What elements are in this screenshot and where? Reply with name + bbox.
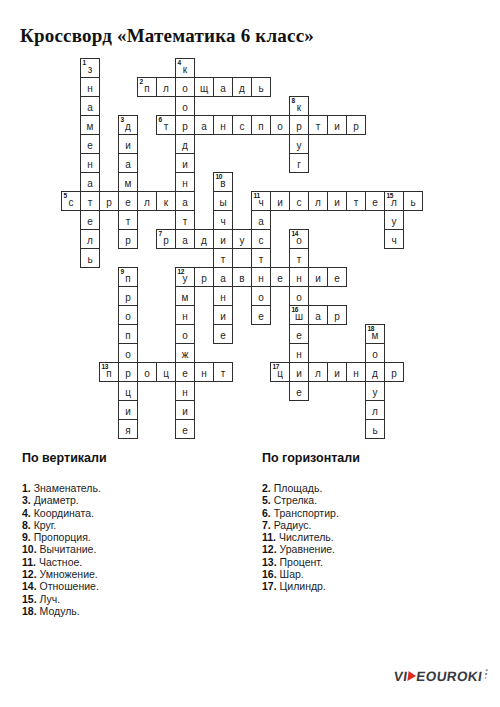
grid-cell: 15л xyxy=(384,191,404,211)
clue-item: 8. Круг. xyxy=(22,519,262,531)
grid-cell: а xyxy=(213,267,233,287)
grid-cell: е xyxy=(175,419,195,439)
grid-cell: у xyxy=(384,210,404,230)
grid-cell: р xyxy=(118,229,138,249)
clues-horizontal-heading: По горизонтали xyxy=(262,451,500,465)
grid-cell: ч xyxy=(384,229,404,249)
grid-cell: м xyxy=(175,286,195,306)
grid-cell: о xyxy=(289,286,309,306)
cell-letter: а xyxy=(87,179,93,189)
grid-cell: и xyxy=(327,191,347,211)
grid-cell: е xyxy=(175,362,195,382)
grid-cell: и xyxy=(175,400,195,420)
grid-cell: е xyxy=(289,381,309,401)
cell-letter: е xyxy=(182,426,188,436)
grid-cell: ь xyxy=(365,419,385,439)
grid-cell: л xyxy=(80,229,100,249)
cell-letter: н xyxy=(220,122,226,132)
grid-cell: н xyxy=(289,343,309,363)
grid-cell: щ xyxy=(194,77,214,97)
cell-letter: м xyxy=(372,331,379,341)
grid-cell: с xyxy=(251,229,271,249)
cell-letter: к xyxy=(297,103,301,113)
cell-letter: е xyxy=(277,274,283,284)
cell-letter: р xyxy=(334,312,340,322)
grid-cell: р xyxy=(118,286,138,306)
logo-text-left: VI xyxy=(393,669,409,684)
cell-letter: а xyxy=(220,274,226,284)
grid-cell: о xyxy=(251,286,271,306)
cell-letter: ц xyxy=(277,369,283,379)
grid-cell: л xyxy=(137,191,157,211)
grid-cell: д xyxy=(175,134,195,154)
cell-letter: и xyxy=(182,160,188,170)
cell-letter: ь xyxy=(372,426,377,436)
grid-cell: 2п xyxy=(137,77,157,97)
cell-letter: р xyxy=(125,293,131,303)
cell-letter: о xyxy=(182,103,188,113)
grid-cell: р xyxy=(346,115,366,135)
cell-letter: р xyxy=(353,122,359,132)
clues-vertical-list: 1. Знаменатель.3. Диаметр.4. Координата.… xyxy=(22,482,262,617)
cell-letter: о xyxy=(125,350,131,360)
grid-cell: ь xyxy=(251,77,271,97)
cell-letter: в xyxy=(239,274,244,284)
grid-cell: и xyxy=(327,362,347,382)
grid-cell: у xyxy=(365,381,385,401)
grid-cell: е xyxy=(251,305,271,325)
grid-cell: к xyxy=(156,191,176,211)
cell-letter: ц xyxy=(163,369,169,379)
clue-number: 4 xyxy=(178,60,181,67)
cell-letter: н xyxy=(87,84,93,94)
clue-item: 12. Умножение. xyxy=(22,568,262,580)
cell-letter: е xyxy=(334,274,340,284)
grid-cell: а xyxy=(308,305,328,325)
grid-cell: н xyxy=(80,77,100,97)
cell-letter: р xyxy=(125,369,131,379)
clue-item: 18. Модуль. xyxy=(22,605,262,617)
grid-cell: а xyxy=(194,115,214,135)
cell-letter: к xyxy=(183,65,187,75)
clue-item: 10. Вычитание. xyxy=(22,543,262,555)
grid-cell: н xyxy=(175,172,195,192)
grid-cell: и xyxy=(118,134,138,154)
grid-cell: а xyxy=(80,96,100,116)
grid-cell: 9п xyxy=(118,267,138,287)
grid-cell: т xyxy=(118,210,138,230)
cell-letter: о xyxy=(125,312,131,322)
cell-letter: л xyxy=(315,369,321,379)
grid-cell: н xyxy=(194,362,214,382)
cell-letter: а xyxy=(182,198,188,208)
cell-letter: ь xyxy=(410,198,415,208)
videouroki-logo: VI EOUROKI нет xyxy=(393,668,488,684)
grid-cell: 16ш xyxy=(289,305,309,325)
grid-cell: е xyxy=(365,191,385,211)
logo-text-right: EOUROKI xyxy=(416,669,484,684)
clue-item: 9. Пропорция. xyxy=(22,531,262,543)
clue-item: 11. Числитель. xyxy=(262,531,500,543)
grid-cell: с xyxy=(232,115,252,135)
grid-cell: о xyxy=(365,343,385,363)
cell-letter: н xyxy=(87,160,93,170)
cell-letter: и xyxy=(182,407,188,417)
grid-cell: 6т xyxy=(156,115,176,135)
grid-cell: р xyxy=(327,305,347,325)
cell-letter: н xyxy=(182,388,188,398)
cell-letter: ч xyxy=(391,236,396,246)
grid-cell: п xyxy=(251,115,271,135)
grid-cell: у xyxy=(289,134,309,154)
cell-letter: г xyxy=(297,160,301,170)
cell-letter: т xyxy=(164,122,169,132)
clue-item: 1. Знаменатель. xyxy=(22,482,262,494)
page-title: Кроссворд «Математика 6 класс» xyxy=(20,25,314,47)
clue-item: 15. Луч. xyxy=(22,593,262,605)
grid-cell: 11ч xyxy=(251,191,271,211)
grid-cell: е xyxy=(213,324,233,344)
clue-number: 10 xyxy=(216,174,223,181)
cell-letter: а xyxy=(125,160,131,170)
cell-letter: д xyxy=(239,84,245,94)
cell-letter: р xyxy=(296,122,302,132)
grid-cell: т xyxy=(251,248,271,268)
grid-cell: р xyxy=(289,115,309,135)
clue-number: 3 xyxy=(121,117,124,124)
grid-cell: т xyxy=(175,210,195,230)
cell-letter: т xyxy=(126,217,131,227)
grid-cell: е xyxy=(270,267,290,287)
clue-item: 16. Шар. xyxy=(262,568,500,580)
grid-cell: 10в xyxy=(213,172,233,192)
cell-letter: е xyxy=(182,369,188,379)
cell-letter: и xyxy=(220,312,226,322)
grid-cell: и xyxy=(213,229,233,249)
grid-cell: л xyxy=(308,191,328,211)
grid-cell: ч xyxy=(213,210,233,230)
cell-letter: а xyxy=(182,236,188,246)
grid-cell: д xyxy=(232,77,252,97)
clue-item: 2. Площадь. xyxy=(262,482,500,494)
cell-letter: н xyxy=(220,293,226,303)
clue-item: 7. Радиус. xyxy=(262,519,500,531)
grid-cell: 13п xyxy=(99,362,119,382)
grid-cell: н xyxy=(175,381,195,401)
clue-item: 6. Транспортир. xyxy=(262,507,500,519)
cell-letter: у xyxy=(183,274,188,284)
grid-cell: п xyxy=(118,324,138,344)
grid-cell: 5с xyxy=(61,191,81,211)
grid-cell: р xyxy=(194,267,214,287)
cell-letter: е xyxy=(296,331,302,341)
cell-letter: ь xyxy=(87,255,92,265)
cell-letter: у xyxy=(297,141,302,151)
cell-letter: о xyxy=(296,293,302,303)
cell-letter: т xyxy=(297,255,302,265)
grid-cell: е xyxy=(80,210,100,230)
cell-letter: о xyxy=(372,350,378,360)
cell-letter: и xyxy=(315,274,321,284)
cell-letter: и xyxy=(125,407,131,417)
grid-cell: 8к xyxy=(289,96,309,116)
grid-cell: р xyxy=(118,362,138,382)
grid-cell: о xyxy=(118,305,138,325)
grid-cell: т xyxy=(80,191,100,211)
cell-letter: е xyxy=(372,198,378,208)
clue-item: 5. Стрелка. xyxy=(262,494,500,506)
cell-letter: е xyxy=(87,217,93,227)
grid-cell: и xyxy=(175,153,195,173)
play-triangle-icon xyxy=(407,671,416,681)
cell-letter: у xyxy=(240,236,245,246)
cell-letter: р xyxy=(125,236,131,246)
cell-letter: р xyxy=(106,198,112,208)
grid-cell: т xyxy=(346,191,366,211)
cell-letter: д xyxy=(201,236,207,246)
grid-cell: о xyxy=(118,343,138,363)
grid-cell: о xyxy=(175,324,195,344)
cell-letter: н xyxy=(353,369,359,379)
clue-number: 12 xyxy=(178,269,185,276)
clue-number: 14 xyxy=(292,231,299,238)
crossword-grid: 1з4кн2площадьао8км3д6транспортиреидунаиг… xyxy=(61,58,424,440)
cell-letter: м xyxy=(182,293,189,303)
grid-cell: л xyxy=(365,400,385,420)
clues-horizontal-list: 2. Площадь.5. Стрелка.6. Транспортир.7. … xyxy=(262,482,500,593)
grid-cell: ц xyxy=(156,362,176,382)
cell-letter: м xyxy=(125,179,132,189)
cell-letter: л xyxy=(391,198,397,208)
grid-cell: о xyxy=(175,77,195,97)
grid-cell: г xyxy=(289,153,309,173)
cell-letter: и xyxy=(296,369,302,379)
grid-cell: н xyxy=(175,305,195,325)
clues-section: По вертикали 1. Знаменатель.3. Диаметр.4… xyxy=(22,451,500,617)
clue-number: 18 xyxy=(368,326,375,333)
cell-letter: л xyxy=(163,84,169,94)
logo-tld: нет xyxy=(483,668,488,680)
grid-cell: ж xyxy=(175,343,195,363)
grid-cell: р xyxy=(99,191,119,211)
clue-number: 6 xyxy=(159,117,162,124)
clue-number: 2 xyxy=(140,79,143,86)
cell-letter: и xyxy=(125,141,131,151)
cell-letter: н xyxy=(201,369,207,379)
cell-letter: т xyxy=(221,369,226,379)
grid-cell: н xyxy=(346,362,366,382)
grid-cell: ы xyxy=(213,191,233,211)
cell-letter: ч xyxy=(220,217,225,227)
grid-cell: 12у xyxy=(175,267,195,287)
cell-letter: д xyxy=(125,122,131,132)
cell-letter: с xyxy=(297,198,302,208)
cell-letter: ш xyxy=(295,312,303,322)
cell-letter: л xyxy=(372,407,378,417)
grid-cell: и xyxy=(327,115,347,135)
cell-letter: о xyxy=(296,236,302,246)
grid-cell: д xyxy=(194,229,214,249)
grid-cell: а xyxy=(251,210,271,230)
clue-item: 3. Диаметр. xyxy=(22,494,262,506)
clues-vertical: По вертикали 1. Знаменатель.3. Диаметр.4… xyxy=(22,451,262,617)
clue-number: 13 xyxy=(102,364,109,371)
cell-letter: а xyxy=(201,122,207,132)
cell-letter: т xyxy=(259,255,264,265)
clue-number: 17 xyxy=(273,364,280,371)
grid-cell: и xyxy=(270,191,290,211)
cell-letter: т xyxy=(88,198,93,208)
clue-item: 14. Отношение. xyxy=(22,580,262,592)
cell-letter: и xyxy=(277,198,283,208)
grid-cell: и xyxy=(213,305,233,325)
grid-cell: о xyxy=(137,362,157,382)
cell-letter: о xyxy=(258,293,264,303)
clue-item: 11. Частное. xyxy=(22,556,262,568)
grid-cell: 7р xyxy=(156,229,176,249)
cell-letter: и xyxy=(334,369,340,379)
cell-letter: ц xyxy=(125,388,131,398)
cell-letter: т xyxy=(183,217,188,227)
cell-letter: я xyxy=(125,426,130,436)
cell-letter: д xyxy=(182,141,188,151)
grid-cell: 3д xyxy=(118,115,138,135)
cell-letter: а xyxy=(220,84,226,94)
clue-number: 15 xyxy=(387,193,394,200)
cell-letter: р xyxy=(163,236,169,246)
cell-letter: н xyxy=(296,274,302,284)
cell-letter: п xyxy=(106,369,111,379)
cell-letter: н xyxy=(182,179,188,189)
cell-letter: н xyxy=(296,350,302,360)
clue-number: 8 xyxy=(292,98,295,105)
cell-letter: щ xyxy=(200,84,208,94)
grid-cell: я xyxy=(118,419,138,439)
cell-letter: ч xyxy=(258,198,263,208)
cell-letter: и xyxy=(334,122,340,132)
cell-letter: и xyxy=(220,236,226,246)
cell-letter: р xyxy=(201,274,207,284)
grid-cell: в xyxy=(232,267,252,287)
grid-cell: а xyxy=(175,191,195,211)
cell-letter: н xyxy=(258,274,264,284)
cell-letter: т xyxy=(354,198,359,208)
cell-letter: к xyxy=(164,198,168,208)
grid-cell: а xyxy=(175,229,195,249)
grid-cell: а xyxy=(80,172,100,192)
grid-cell: с xyxy=(289,191,309,211)
cell-letter: у xyxy=(373,388,378,398)
grid-cell: и xyxy=(118,400,138,420)
grid-cell: 4к xyxy=(175,58,195,78)
clue-number: 11 xyxy=(254,193,260,200)
cell-letter: ж xyxy=(182,350,189,360)
grid-cell: е xyxy=(289,324,309,344)
grid-cell: н xyxy=(80,153,100,173)
clue-number: 1 xyxy=(83,60,86,67)
cell-letter: р xyxy=(182,122,188,132)
cell-letter: о xyxy=(277,122,283,132)
grid-cell: д xyxy=(365,362,385,382)
cell-letter: т xyxy=(316,122,321,132)
clue-item: 4. Координата. xyxy=(22,507,262,519)
grid-cell: 17ц xyxy=(270,362,290,382)
grid-cell: 14о xyxy=(289,229,309,249)
clue-number: 5 xyxy=(64,193,67,200)
cell-letter: е xyxy=(220,331,226,341)
grid-cell: 18м xyxy=(365,324,385,344)
grid-cell: у xyxy=(232,229,252,249)
cell-letter: с xyxy=(240,122,245,132)
grid-cell: н xyxy=(289,267,309,287)
cell-letter: у xyxy=(392,217,397,227)
cell-letter: а xyxy=(315,312,321,322)
grid-cell: м xyxy=(80,115,100,135)
grid-cell: т xyxy=(213,362,233,382)
cell-letter: п xyxy=(125,274,130,284)
cell-letter: а xyxy=(87,103,93,113)
cell-letter: о xyxy=(144,369,150,379)
grid-cell: а xyxy=(213,77,233,97)
cell-letter: ь xyxy=(258,84,263,94)
grid-cell: ц xyxy=(118,381,138,401)
clues-vertical-heading: По вертикали xyxy=(22,451,262,465)
cell-letter: е xyxy=(258,312,264,322)
grid-cell: л xyxy=(156,77,176,97)
grid-cell: о xyxy=(175,96,195,116)
clue-item: 13. Процент. xyxy=(262,556,500,568)
cell-letter: з xyxy=(88,65,93,75)
grid-cell: н xyxy=(213,286,233,306)
cell-letter: о xyxy=(182,84,188,94)
clues-horizontal: По горизонтали 2. Площадь.5. Стрелка.6. … xyxy=(262,451,500,617)
cell-letter: и xyxy=(334,198,340,208)
grid-cell: о xyxy=(270,115,290,135)
grid-cell: м xyxy=(118,172,138,192)
grid-cell: ь xyxy=(80,248,100,268)
grid-cell: ь xyxy=(403,191,423,211)
cell-letter: с xyxy=(69,198,74,208)
cell-letter: н xyxy=(182,312,188,322)
cell-letter: е xyxy=(125,198,131,208)
cell-letter: о xyxy=(182,331,188,341)
cell-letter: м xyxy=(87,122,94,132)
grid-cell: 1з xyxy=(80,58,100,78)
cell-letter: л xyxy=(87,236,93,246)
cell-letter: с xyxy=(259,236,264,246)
cell-letter: т xyxy=(221,255,226,265)
grid-cell: а xyxy=(118,153,138,173)
cell-letter: п xyxy=(125,331,130,341)
grid-cell: т xyxy=(289,248,309,268)
cell-letter: п xyxy=(258,122,263,132)
cell-letter: ы xyxy=(219,198,226,208)
cell-letter: л xyxy=(144,198,150,208)
cell-letter: е xyxy=(87,141,93,151)
grid-cell: р xyxy=(384,362,404,382)
clue-number: 9 xyxy=(121,269,124,276)
clue-number: 7 xyxy=(159,231,162,238)
grid-cell: е xyxy=(118,191,138,211)
cell-letter: в xyxy=(220,179,225,189)
cell-letter: р xyxy=(391,369,397,379)
grid-cell: и xyxy=(289,362,309,382)
grid-cell: н xyxy=(251,267,271,287)
grid-cell: е xyxy=(80,134,100,154)
cell-letter: л xyxy=(315,198,321,208)
grid-cell: т xyxy=(213,248,233,268)
clue-item: 12. Уравнение. xyxy=(262,543,500,555)
